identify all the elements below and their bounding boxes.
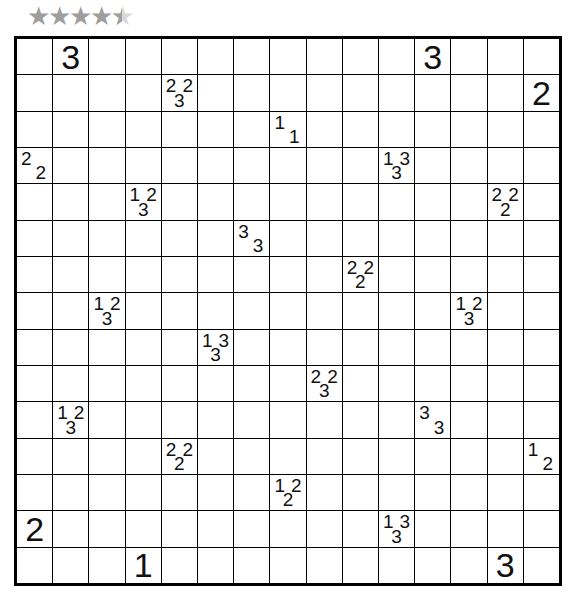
cell-r12c13[interactable] bbox=[451, 439, 486, 474]
cell-r8c12[interactable] bbox=[415, 293, 450, 328]
cell-r4c3[interactable] bbox=[89, 148, 124, 183]
cell-r8c4[interactable] bbox=[126, 293, 161, 328]
cell-r3c1[interactable] bbox=[17, 112, 52, 147]
cell-r9c11[interactable] bbox=[379, 330, 414, 365]
cell-r5c8[interactable] bbox=[270, 184, 305, 219]
cell-r2c12[interactable] bbox=[415, 75, 450, 110]
tapa-clue-cell-r13c8[interactable]: 122 bbox=[270, 475, 305, 510]
cell-r2c3[interactable] bbox=[89, 75, 124, 110]
cell-r10c3[interactable] bbox=[89, 366, 124, 401]
cell-r5c1[interactable] bbox=[17, 184, 52, 219]
cell-r12c12[interactable] bbox=[415, 439, 450, 474]
tapa-clue-cell-r5c14[interactable]: 222 bbox=[488, 184, 523, 219]
clue-digit: 3 bbox=[138, 200, 149, 219]
tapa-clue-cell-r10c9[interactable]: 223 bbox=[307, 366, 342, 401]
cell-r14c5[interactable] bbox=[162, 511, 197, 546]
tapa-clue-cell-r14c11[interactable]: 133 bbox=[379, 511, 414, 546]
cell-r6c6[interactable] bbox=[198, 221, 233, 256]
cell-r1c6[interactable] bbox=[198, 39, 233, 74]
cell-r6c13[interactable] bbox=[451, 221, 486, 256]
cell-r14c7[interactable] bbox=[234, 511, 269, 546]
clue-digit: 3 bbox=[65, 418, 76, 437]
cell-r8c15[interactable] bbox=[524, 293, 559, 328]
cell-r1c11[interactable] bbox=[379, 39, 414, 74]
cell-r13c5[interactable] bbox=[162, 475, 197, 510]
clue-digit: 3 bbox=[415, 39, 450, 74]
clue-digit: 3 bbox=[419, 403, 430, 422]
cell-r8c1[interactable] bbox=[17, 293, 52, 328]
tapa-clue-cell-r11c2[interactable]: 123 bbox=[53, 402, 88, 437]
cell-r11c9[interactable] bbox=[307, 402, 342, 437]
cell-r13c6[interactable] bbox=[198, 475, 233, 510]
cell-r8c2[interactable] bbox=[53, 293, 88, 328]
clue-digit: 3 bbox=[488, 548, 523, 583]
cell-r9c15[interactable] bbox=[524, 330, 559, 365]
tapa-clue-cell-r12c15[interactable]: 12 bbox=[524, 439, 559, 474]
cell-r11c10[interactable] bbox=[343, 402, 378, 437]
cell-r14c8[interactable] bbox=[270, 511, 305, 546]
cell-r8c9[interactable] bbox=[307, 293, 342, 328]
cell-r1c7[interactable] bbox=[234, 39, 269, 74]
cell-r5c15[interactable] bbox=[524, 184, 559, 219]
cell-r11c4[interactable] bbox=[126, 402, 161, 437]
tapa-clue-cell-r3c8[interactable]: 11 bbox=[270, 112, 305, 147]
cell-r13c9[interactable] bbox=[307, 475, 342, 510]
tapa-clue-cell-r1c2[interactable]: 3 bbox=[53, 39, 88, 74]
cell-r13c11[interactable] bbox=[379, 475, 414, 510]
cell-r7c13[interactable] bbox=[451, 257, 486, 292]
cell-r2c11[interactable] bbox=[379, 75, 414, 110]
cell-r2c6[interactable] bbox=[198, 75, 233, 110]
cell-r4c12[interactable] bbox=[415, 148, 450, 183]
clue-digit: 2 bbox=[36, 163, 47, 182]
cell-r7c5[interactable] bbox=[162, 257, 197, 292]
cell-r10c12[interactable] bbox=[415, 366, 450, 401]
cell-r13c10[interactable] bbox=[343, 475, 378, 510]
tapa-clue-cell-r12c5[interactable]: 222 bbox=[162, 439, 197, 474]
clue-digit: 2 bbox=[542, 454, 553, 473]
cell-r1c1[interactable] bbox=[17, 39, 52, 74]
cell-r10c6[interactable] bbox=[198, 366, 233, 401]
cell-r4c6[interactable] bbox=[198, 148, 233, 183]
cell-r11c7[interactable] bbox=[234, 402, 269, 437]
cell-r6c5[interactable] bbox=[162, 221, 197, 256]
cell-r5c2[interactable] bbox=[53, 184, 88, 219]
tapa-clue-cell-r4c1[interactable]: 22 bbox=[17, 148, 52, 183]
cell-r5c13[interactable] bbox=[451, 184, 486, 219]
cell-r13c12[interactable] bbox=[415, 475, 450, 510]
cell-r4c8[interactable] bbox=[270, 148, 305, 183]
clue-digit: 3 bbox=[434, 418, 445, 437]
cell-r7c3[interactable] bbox=[89, 257, 124, 292]
cell-r5c11[interactable] bbox=[379, 184, 414, 219]
cell-r4c10[interactable] bbox=[343, 148, 378, 183]
cell-r1c5[interactable] bbox=[162, 39, 197, 74]
cell-r3c4[interactable] bbox=[126, 112, 161, 147]
cell-r15c6[interactable] bbox=[198, 548, 233, 583]
cell-r2c4[interactable] bbox=[126, 75, 161, 110]
cell-r10c11[interactable] bbox=[379, 366, 414, 401]
cell-r6c4[interactable] bbox=[126, 221, 161, 256]
cell-r9c13[interactable] bbox=[451, 330, 486, 365]
cell-r9c9[interactable] bbox=[307, 330, 342, 365]
clue-digit: 3 bbox=[238, 222, 249, 241]
cell-r2c8[interactable] bbox=[270, 75, 305, 110]
cell-r6c12[interactable] bbox=[415, 221, 450, 256]
cell-r10c1[interactable] bbox=[17, 366, 52, 401]
cell-r7c6[interactable] bbox=[198, 257, 233, 292]
clue-digit: 1 bbox=[274, 113, 285, 132]
cell-r10c14[interactable] bbox=[488, 366, 523, 401]
cell-r9c1[interactable] bbox=[17, 330, 52, 365]
cell-r8c10[interactable] bbox=[343, 293, 378, 328]
cell-r2c13[interactable] bbox=[451, 75, 486, 110]
cell-r15c15[interactable] bbox=[524, 548, 559, 583]
clue-digit: 2 bbox=[17, 511, 52, 546]
cell-r4c4[interactable] bbox=[126, 148, 161, 183]
cell-r3c12[interactable] bbox=[415, 112, 450, 147]
cell-r13c3[interactable] bbox=[89, 475, 124, 510]
cell-r14c13[interactable] bbox=[451, 511, 486, 546]
cell-r3c6[interactable] bbox=[198, 112, 233, 147]
tapa-clue-cell-r2c5[interactable]: 223 bbox=[162, 75, 197, 110]
cell-r9c3[interactable] bbox=[89, 330, 124, 365]
cell-r11c1[interactable] bbox=[17, 402, 52, 437]
star-icon-2: ★ bbox=[48, 1, 69, 31]
cell-r9c5[interactable] bbox=[162, 330, 197, 365]
cell-r8c5[interactable] bbox=[162, 293, 197, 328]
cell-r15c7[interactable] bbox=[234, 548, 269, 583]
cell-r13c14[interactable] bbox=[488, 475, 523, 510]
cell-r3c10[interactable] bbox=[343, 112, 378, 147]
cell-r2c2[interactable] bbox=[53, 75, 88, 110]
star-icon-4: ★ bbox=[90, 1, 111, 31]
cell-r4c5[interactable] bbox=[162, 148, 197, 183]
clue-digit: 3 bbox=[174, 91, 185, 110]
cell-r5c9[interactable] bbox=[307, 184, 342, 219]
cell-r15c3[interactable] bbox=[89, 548, 124, 583]
cell-r7c15[interactable] bbox=[524, 257, 559, 292]
tapa-clue-cell-r1c12[interactable]: 3 bbox=[415, 39, 450, 74]
cell-r11c14[interactable] bbox=[488, 402, 523, 437]
cell-r8c7[interactable] bbox=[234, 293, 269, 328]
cell-r15c12[interactable] bbox=[415, 548, 450, 583]
clue-digit: 3 bbox=[253, 236, 264, 255]
cell-r15c11[interactable] bbox=[379, 548, 414, 583]
tapa-board: 3322321122133123222332221231231332231233… bbox=[14, 36, 562, 586]
cell-r4c7[interactable] bbox=[234, 148, 269, 183]
cell-r13c1[interactable] bbox=[17, 475, 52, 510]
cell-r9c2[interactable] bbox=[53, 330, 88, 365]
clue-digit: 3 bbox=[391, 163, 402, 182]
cell-r9c10[interactable] bbox=[343, 330, 378, 365]
cell-r12c2[interactable] bbox=[53, 439, 88, 474]
tapa-clue-cell-r6c7[interactable]: 33 bbox=[234, 221, 269, 256]
cell-r13c7[interactable] bbox=[234, 475, 269, 510]
cell-r11c3[interactable] bbox=[89, 402, 124, 437]
cell-r12c8[interactable] bbox=[270, 439, 305, 474]
tapa-clue-cell-r4c11[interactable]: 133 bbox=[379, 148, 414, 183]
cell-r7c14[interactable] bbox=[488, 257, 523, 292]
cell-r15c1[interactable] bbox=[17, 548, 52, 583]
cell-r13c15[interactable] bbox=[524, 475, 559, 510]
tapa-clue-cell-r14c1[interactable]: 2 bbox=[17, 511, 52, 546]
cell-r15c10[interactable] bbox=[343, 548, 378, 583]
cell-r5c12[interactable] bbox=[415, 184, 450, 219]
clue-digit: 2 bbox=[500, 200, 511, 219]
cell-r1c9[interactable] bbox=[307, 39, 342, 74]
cell-r12c6[interactable] bbox=[198, 439, 233, 474]
cell-r14c3[interactable] bbox=[89, 511, 124, 546]
cell-r10c15[interactable] bbox=[524, 366, 559, 401]
cell-r15c5[interactable] bbox=[162, 548, 197, 583]
cell-r10c10[interactable] bbox=[343, 366, 378, 401]
clue-digit: 3 bbox=[102, 309, 113, 328]
cell-r9c4[interactable] bbox=[126, 330, 161, 365]
cell-r7c1[interactable] bbox=[17, 257, 52, 292]
cell-r10c8[interactable] bbox=[270, 366, 305, 401]
cell-r2c1[interactable] bbox=[17, 75, 52, 110]
cell-r13c2[interactable] bbox=[53, 475, 88, 510]
cell-r14c4[interactable] bbox=[126, 511, 161, 546]
cell-r14c10[interactable] bbox=[343, 511, 378, 546]
cell-r8c14[interactable] bbox=[488, 293, 523, 328]
cell-r13c13[interactable] bbox=[451, 475, 486, 510]
cell-r14c9[interactable] bbox=[307, 511, 342, 546]
clue-digit: 3 bbox=[53, 39, 88, 74]
cell-r10c5[interactable] bbox=[162, 366, 197, 401]
cell-r1c15[interactable] bbox=[524, 39, 559, 74]
cell-r5c3[interactable] bbox=[89, 184, 124, 219]
cell-r1c8[interactable] bbox=[270, 39, 305, 74]
cell-r9c7[interactable] bbox=[234, 330, 269, 365]
cell-r12c3[interactable] bbox=[89, 439, 124, 474]
cell-r1c14[interactable] bbox=[488, 39, 523, 74]
cell-r7c12[interactable] bbox=[415, 257, 450, 292]
cell-r7c8[interactable] bbox=[270, 257, 305, 292]
cell-r4c14[interactable] bbox=[488, 148, 523, 183]
cell-r7c9[interactable] bbox=[307, 257, 342, 292]
cell-r2c7[interactable] bbox=[234, 75, 269, 110]
cell-r12c7[interactable] bbox=[234, 439, 269, 474]
cell-r1c13[interactable] bbox=[451, 39, 486, 74]
cell-r13c4[interactable] bbox=[126, 475, 161, 510]
clue-digit: 2 bbox=[355, 272, 366, 291]
cell-r7c11[interactable] bbox=[379, 257, 414, 292]
tapa-clue-cell-r15c4[interactable]: 1 bbox=[126, 548, 161, 583]
clue-digit: 3 bbox=[210, 345, 221, 364]
cell-r15c2[interactable] bbox=[53, 548, 88, 583]
cell-r10c7[interactable] bbox=[234, 366, 269, 401]
cell-r15c13[interactable] bbox=[451, 548, 486, 583]
cell-r6c14[interactable] bbox=[488, 221, 523, 256]
cell-r14c14[interactable] bbox=[488, 511, 523, 546]
cell-r3c5[interactable] bbox=[162, 112, 197, 147]
star-icon-3: ★ bbox=[69, 1, 90, 31]
tapa-clue-cell-r15c14[interactable]: 3 bbox=[488, 548, 523, 583]
cell-r12c10[interactable] bbox=[343, 439, 378, 474]
clue-digit: 3 bbox=[464, 309, 475, 328]
cell-r12c9[interactable] bbox=[307, 439, 342, 474]
clue-digit: 2 bbox=[174, 454, 185, 473]
cell-r4c9[interactable] bbox=[307, 148, 342, 183]
cell-r15c8[interactable] bbox=[270, 548, 305, 583]
cell-r9c12[interactable] bbox=[415, 330, 450, 365]
cell-r6c9[interactable] bbox=[307, 221, 342, 256]
cell-r3c2[interactable] bbox=[53, 112, 88, 147]
cell-r15c9[interactable] bbox=[307, 548, 342, 583]
cell-r10c13[interactable] bbox=[451, 366, 486, 401]
cell-r6c10[interactable] bbox=[343, 221, 378, 256]
cell-r6c2[interactable] bbox=[53, 221, 88, 256]
cell-r3c7[interactable] bbox=[234, 112, 269, 147]
clue-digit: 1 bbox=[528, 440, 539, 459]
cell-r1c3[interactable] bbox=[89, 39, 124, 74]
cell-r11c6[interactable] bbox=[198, 402, 233, 437]
cell-r6c15[interactable] bbox=[524, 221, 559, 256]
tapa-clue-cell-r11c12[interactable]: 33 bbox=[415, 402, 450, 437]
cell-r10c4[interactable] bbox=[126, 366, 161, 401]
cell-r3c13[interactable] bbox=[451, 112, 486, 147]
cell-r3c14[interactable] bbox=[488, 112, 523, 147]
cell-r7c4[interactable] bbox=[126, 257, 161, 292]
cell-r14c6[interactable] bbox=[198, 511, 233, 546]
cell-r6c3[interactable] bbox=[89, 221, 124, 256]
cell-r11c13[interactable] bbox=[451, 402, 486, 437]
cell-r11c15[interactable] bbox=[524, 402, 559, 437]
cell-r9c8[interactable] bbox=[270, 330, 305, 365]
clue-digit: 2 bbox=[524, 75, 559, 110]
cell-r9c14[interactable] bbox=[488, 330, 523, 365]
cell-r10c2[interactable] bbox=[53, 366, 88, 401]
clue-digit: 1 bbox=[126, 548, 161, 583]
cell-r3c11[interactable] bbox=[379, 112, 414, 147]
cell-r6c11[interactable] bbox=[379, 221, 414, 256]
cell-r4c15[interactable] bbox=[524, 148, 559, 183]
clue-digit: 1 bbox=[289, 127, 300, 146]
cell-r1c4[interactable] bbox=[126, 39, 161, 74]
clue-digit: 2 bbox=[21, 149, 32, 168]
clue-digit: 3 bbox=[391, 527, 402, 546]
star-icon-1: ★ bbox=[27, 1, 48, 31]
cell-r14c15[interactable] bbox=[524, 511, 559, 546]
cell-r14c12[interactable] bbox=[415, 511, 450, 546]
tapa-clue-cell-r7c10[interactable]: 222 bbox=[343, 257, 378, 292]
cell-r11c5[interactable] bbox=[162, 402, 197, 437]
cell-r7c7[interactable] bbox=[234, 257, 269, 292]
tapa-clue-cell-r5c4[interactable]: 123 bbox=[126, 184, 161, 219]
cell-r5c5[interactable] bbox=[162, 184, 197, 219]
cell-r12c11[interactable] bbox=[379, 439, 414, 474]
cell-r3c9[interactable] bbox=[307, 112, 342, 147]
cell-r6c1[interactable] bbox=[17, 221, 52, 256]
cell-r2c14[interactable] bbox=[488, 75, 523, 110]
cell-r14c2[interactable] bbox=[53, 511, 88, 546]
cell-r3c15[interactable] bbox=[524, 112, 559, 147]
tapa-clue-cell-r9c6[interactable]: 133 bbox=[198, 330, 233, 365]
cell-r6c8[interactable] bbox=[270, 221, 305, 256]
cell-r8c11[interactable] bbox=[379, 293, 414, 328]
cell-r2c9[interactable] bbox=[307, 75, 342, 110]
tapa-puzzle-page: ★★★★★★ 332232112213312322233222123123133… bbox=[0, 0, 576, 594]
cell-r12c1[interactable] bbox=[17, 439, 52, 474]
tapa-clue-cell-r8c3[interactable]: 123 bbox=[89, 293, 124, 328]
cell-r4c13[interactable] bbox=[451, 148, 486, 183]
cell-r8c8[interactable] bbox=[270, 293, 305, 328]
star-icon-5: ★★ bbox=[111, 1, 132, 31]
cell-r2c10[interactable] bbox=[343, 75, 378, 110]
cell-r7c2[interactable] bbox=[53, 257, 88, 292]
cell-r3c3[interactable] bbox=[89, 112, 124, 147]
difficulty-rating: ★★★★★★ bbox=[27, 1, 132, 31]
cell-r5c10[interactable] bbox=[343, 184, 378, 219]
cell-r1c10[interactable] bbox=[343, 39, 378, 74]
cell-r12c4[interactable] bbox=[126, 439, 161, 474]
clue-digit: 3 bbox=[319, 381, 330, 400]
cell-r5c7[interactable] bbox=[234, 184, 269, 219]
tapa-clue-cell-r8c13[interactable]: 123 bbox=[451, 293, 486, 328]
cell-r4c2[interactable] bbox=[53, 148, 88, 183]
cell-r11c11[interactable] bbox=[379, 402, 414, 437]
clue-digit: 2 bbox=[283, 490, 294, 509]
cell-r5c6[interactable] bbox=[198, 184, 233, 219]
cell-r8c6[interactable] bbox=[198, 293, 233, 328]
cell-r12c14[interactable] bbox=[488, 439, 523, 474]
tapa-clue-cell-r2c15[interactable]: 2 bbox=[524, 75, 559, 110]
cell-r11c8[interactable] bbox=[270, 402, 305, 437]
